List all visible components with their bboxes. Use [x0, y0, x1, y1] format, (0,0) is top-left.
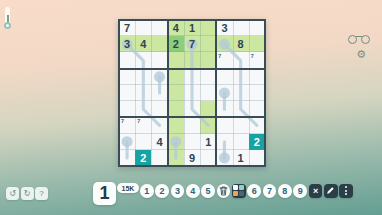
digit-key-2[interactable]: 2	[155, 184, 169, 198]
left-toolbar: ↺↻?	[6, 187, 48, 200]
help-button[interactable]: ?	[35, 187, 48, 200]
thermometer-icon	[4, 7, 11, 31]
score-badge: 15K	[117, 183, 139, 193]
digit-key-3[interactable]: 3	[171, 184, 185, 198]
digit-key-4[interactable]: 4	[186, 184, 200, 198]
app-screen: { "game": "thermo-sudoku", "position": "…	[0, 0, 382, 215]
digit-key-1[interactable]: 1	[140, 184, 154, 198]
pencil-button[interactable]	[324, 184, 338, 198]
thermometer-overlay	[119, 20, 265, 166]
redo-button[interactable]: ↻	[21, 187, 34, 200]
sudoku-board[interactable]: 7413342784122917777	[118, 19, 266, 167]
gear-icon[interactable]: ⚙	[356, 48, 366, 61]
clear-button[interactable]: ×	[309, 184, 323, 198]
streak-counter: 1	[93, 182, 116, 205]
trash-icon	[219, 186, 228, 196]
digit-key-5[interactable]: 5	[201, 184, 215, 198]
more-button[interactable]	[339, 184, 353, 198]
dots-icon	[345, 186, 347, 195]
digit-key-8[interactable]: 8	[278, 184, 292, 198]
entry-mode-button[interactable]	[232, 184, 246, 198]
hud: 1 15K	[93, 182, 139, 207]
color-grid-icon	[233, 185, 244, 196]
undo-button[interactable]: ↺	[6, 187, 19, 200]
digit-key-7[interactable]: 7	[263, 184, 277, 198]
keypad: 123456789×	[140, 184, 353, 198]
delete-button[interactable]	[217, 184, 231, 198]
glasses-icon[interactable]	[348, 34, 370, 44]
pencil-icon	[326, 186, 335, 195]
digit-key-6[interactable]: 6	[247, 184, 261, 198]
digit-key-9[interactable]: 9	[293, 184, 307, 198]
